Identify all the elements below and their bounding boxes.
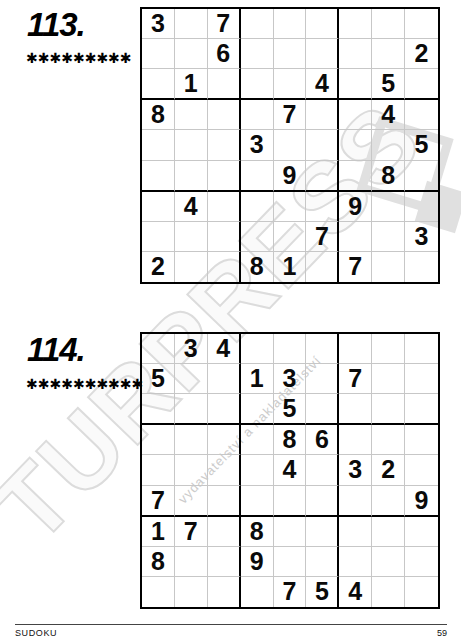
sudoku-cell-r1c5 [274,9,307,39]
sudoku-cell-r9c3 [208,577,241,607]
sudoku-cell-r8c4: 9 [241,547,274,577]
sudoku-cell-r7c8 [372,517,405,547]
sudoku-cell-r9c7: 7 [339,252,372,282]
sudoku-cell-r8c6: 7 [306,222,339,252]
sudoku-cell-r1c4 [241,334,274,364]
sudoku-cell-r3c7 [339,69,372,100]
sudoku-cell-r6c8: 8 [372,161,405,192]
sudoku-cell-r9c1: 2 [142,252,175,282]
sudoku-cell-r7c5 [274,517,307,547]
sudoku-cell-r4c2 [175,100,208,130]
sudoku-cell-r8c8 [372,222,405,252]
sudoku-cell-r6c7 [339,161,372,192]
footer-page-number: 59 [437,628,447,638]
sudoku-cell-r4c6 [306,100,339,130]
sudoku-cell-r6c9 [405,161,438,192]
sudoku-cell-r1c3: 7 [208,9,241,39]
sudoku-cell-r9c5: 7 [274,577,307,607]
sudoku-cell-r8c1 [142,222,175,252]
sudoku-cell-r6c8 [372,486,405,517]
sudoku-cell-r9c2 [175,252,208,282]
sudoku-cell-r6c9: 9 [405,486,438,517]
sudoku-cell-r1c9 [405,334,438,364]
sudoku-cell-r9c4: 8 [241,252,274,282]
sudoku-cell-r1c4 [241,9,274,39]
sudoku-cell-r5c2 [175,130,208,160]
puzzle-114-difficulty-stars: ✱✱✱✱✱✱✱✱✱✱ [26,376,143,392]
sudoku-cell-r9c9 [405,252,438,282]
sudoku-cell-r3c1 [142,394,175,425]
sudoku-cell-r9c5: 1 [274,252,307,282]
sudoku-cell-r8c3 [208,222,241,252]
sudoku-cell-r8c3 [208,547,241,577]
sudoku-cell-r8c8 [372,547,405,577]
sudoku-cell-r4c5: 7 [274,100,307,130]
sudoku-cell-r7c8 [372,192,405,222]
sudoku-cell-r3c2 [175,394,208,425]
sudoku-cell-r2c7: 7 [339,364,372,394]
sudoku-cell-r6c3 [208,161,241,192]
sudoku-cell-r9c8 [372,577,405,607]
sudoku-cell-r3c9 [405,69,438,100]
sudoku-cell-r1c9 [405,9,438,39]
sudoku-cell-r1c2 [175,9,208,39]
sudoku-cell-r6c3 [208,486,241,517]
sudoku-cell-r5c3 [208,130,241,160]
sudoku-cell-r7c9 [405,517,438,547]
sudoku-cell-r7c6 [306,192,339,222]
sudoku-cell-r3c2: 1 [175,69,208,100]
sudoku-cell-r7c3 [208,517,241,547]
sudoku-cell-r5c4 [241,455,274,485]
sudoku-cell-r1c5 [274,334,307,364]
sudoku-cell-r2c5 [274,39,307,69]
sudoku-cell-r2c8 [372,364,405,394]
sudoku-cell-r6c4 [241,486,274,517]
sudoku-cell-r3c7 [339,394,372,425]
sudoku-cell-r7c6 [306,517,339,547]
sudoku-cell-r5c7: 3 [339,455,372,485]
sudoku-cell-r4c7 [339,100,372,130]
sudoku-cell-r2c1: 5 [142,364,175,394]
puzzle-113-label: 113. [27,6,85,44]
sudoku-cell-r9c7: 4 [339,577,372,607]
sudoku-cell-r5c3 [208,455,241,485]
sudoku-cell-r4c8: 4 [372,100,405,130]
sudoku-cell-r5c2 [175,455,208,485]
sudoku-cell-r1c2: 3 [175,334,208,364]
sudoku-cell-r8c9: 3 [405,222,438,252]
sudoku-cell-r2c2 [175,364,208,394]
sudoku-cell-r3c8 [372,394,405,425]
sudoku-cell-r3c6: 4 [306,69,339,100]
sudoku-cell-r5c4: 3 [241,130,274,160]
sudoku-cell-r1c1: 3 [142,9,175,39]
sudoku-cell-r8c4 [241,222,274,252]
sudoku-cell-r3c4 [241,394,274,425]
sudoku-cell-r2c3: 6 [208,39,241,69]
sudoku-cell-r5c8: 2 [372,455,405,485]
sudoku-cell-r4c7 [339,425,372,455]
sudoku-cell-r8c5 [274,547,307,577]
sudoku-cell-r7c2: 7 [175,517,208,547]
sudoku-cell-r3c3 [208,394,241,425]
sudoku-cell-r2c4 [241,39,274,69]
sudoku-cell-r7c7: 9 [339,192,372,222]
sudoku-cell-r2c7 [339,39,372,69]
sudoku-cell-r5c7 [339,130,372,160]
sudoku-cell-r1c1 [142,334,175,364]
sudoku-cell-r5c9 [405,455,438,485]
sudoku-cell-r7c7 [339,517,372,547]
sudoku-cell-r5c6 [306,455,339,485]
sudoku-cell-r5c1 [142,455,175,485]
sudoku-cell-r7c5 [274,192,307,222]
sudoku-cell-r5c8 [372,130,405,160]
sudoku-cell-r5c6 [306,130,339,160]
sudoku-cell-r1c7 [339,334,372,364]
sudoku-cell-r5c5 [274,130,307,160]
sudoku-cell-r1c7 [339,9,372,39]
sudoku-cell-r3c5 [274,69,307,100]
sudoku-cell-r4c4 [241,425,274,455]
sudoku-cell-r1c6 [306,9,339,39]
sudoku-cell-r2c9 [405,364,438,394]
sudoku-cell-r3c3 [208,69,241,100]
sudoku-cell-r4c4 [241,100,274,130]
sudoku-cell-r6c6 [306,161,339,192]
sudoku-cell-r9c1 [142,577,175,607]
sudoku-cell-r8c1: 8 [142,547,175,577]
sudoku-cell-r8c7 [339,222,372,252]
sudoku-cell-r8c7 [339,547,372,577]
sudoku-cell-r4c1 [142,425,175,455]
sudoku-cell-r7c1: 1 [142,517,175,547]
sudoku-cell-r6c4 [241,161,274,192]
sudoku-cell-r2c6 [306,39,339,69]
sudoku-cell-r2c3 [208,364,241,394]
sudoku-cell-r8c5 [274,222,307,252]
sudoku-cell-r3c5: 5 [274,394,307,425]
sudoku-cell-r7c1 [142,192,175,222]
sudoku-cell-r2c5: 3 [274,364,307,394]
sudoku-cell-r5c5: 4 [274,455,307,485]
sudoku-cell-r7c4: 8 [241,517,274,547]
sudoku-cell-r4c3 [208,100,241,130]
sudoku-cell-r1c6 [306,334,339,364]
sudoku-cell-r3c8: 5 [372,69,405,100]
sudoku-cell-r4c9 [405,100,438,130]
sudoku-grid-113: 3762145874359849732817 [140,7,440,284]
sudoku-cell-r1c8 [372,334,405,364]
sudoku-cell-r4c2 [175,425,208,455]
sudoku-cell-r2c8 [372,39,405,69]
sudoku-cell-r4c1: 8 [142,100,175,130]
sudoku-cell-r8c2 [175,222,208,252]
sudoku-cell-r1c3: 4 [208,334,241,364]
sudoku-cell-r9c9 [405,577,438,607]
sudoku-cell-r3c6 [306,394,339,425]
sudoku-cell-r4c6: 6 [306,425,339,455]
sudoku-cell-r9c4 [241,577,274,607]
sudoku-cell-r6c2 [175,486,208,517]
sudoku-cell-r7c3 [208,192,241,222]
puzzle-114-label: 114. [27,331,85,369]
sudoku-cell-r6c1: 7 [142,486,175,517]
sudoku-cell-r3c4 [241,69,274,100]
sudoku-cell-r9c2 [175,577,208,607]
sudoku-cell-r9c8 [372,252,405,282]
sudoku-cell-r2c9: 2 [405,39,438,69]
sudoku-cell-r2c2 [175,39,208,69]
sudoku-cell-r5c1 [142,130,175,160]
sudoku-cell-r2c1 [142,39,175,69]
sudoku-cell-r9c6: 5 [306,577,339,607]
sudoku-cell-r3c9 [405,394,438,425]
sudoku-cell-r4c9 [405,425,438,455]
sudoku-cell-r6c5: 9 [274,161,307,192]
sudoku-cell-r3c1 [142,69,175,100]
sudoku-cell-r2c4: 1 [241,364,274,394]
puzzle-113-difficulty-stars: ✱✱✱✱✱✱✱✱✱ [26,50,132,66]
sudoku-cell-r4c8 [372,425,405,455]
footer-section-title: SUDOKU [15,628,57,638]
sudoku-cell-r6c2 [175,161,208,192]
sudoku-cell-r8c6 [306,547,339,577]
sudoku-cell-r8c9 [405,547,438,577]
sudoku-cell-r9c3 [208,252,241,282]
sudoku-cell-r5c9: 5 [405,130,438,160]
sudoku-cell-r7c4 [241,192,274,222]
sudoku-cell-r4c5: 8 [274,425,307,455]
sudoku-cell-r9c6 [306,252,339,282]
sudoku-cell-r8c2 [175,547,208,577]
sudoku-cell-r2c6 [306,364,339,394]
sudoku-cell-r6c1 [142,161,175,192]
sudoku-cell-r4c3 [208,425,241,455]
sudoku-cell-r6c7 [339,486,372,517]
sudoku-cell-r7c2: 4 [175,192,208,222]
footer-divider [15,624,447,625]
sudoku-cell-r1c8 [372,9,405,39]
sudoku-cell-r6c6 [306,486,339,517]
book-page: TURPRESS vydavatelství a nakladatelství … [0,0,461,643]
sudoku-cell-r6c5 [274,486,307,517]
sudoku-cell-r7c9 [405,192,438,222]
sudoku-grid-114: 3451375864327917889754 [140,332,440,609]
